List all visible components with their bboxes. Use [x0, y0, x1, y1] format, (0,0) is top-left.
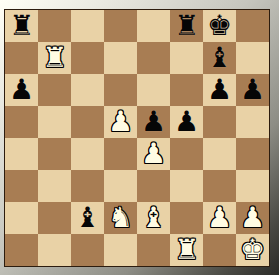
square-d5[interactable]: ♟ — [104, 106, 137, 138]
black-rook[interactable]: ♜ — [170, 10, 203, 42]
square-h5[interactable] — [236, 106, 269, 138]
square-e2[interactable]: ♝ — [137, 202, 170, 234]
square-h8[interactable] — [236, 10, 269, 42]
square-d6[interactable] — [104, 74, 137, 106]
square-b5[interactable] — [38, 106, 71, 138]
square-e3[interactable] — [137, 170, 170, 202]
square-a2[interactable] — [5, 202, 38, 234]
square-f8[interactable]: ♜ — [170, 10, 203, 42]
square-c3[interactable] — [71, 170, 104, 202]
square-e8[interactable] — [137, 10, 170, 42]
square-d7[interactable] — [104, 42, 137, 74]
black-king[interactable]: ♚ — [203, 10, 236, 42]
square-f4[interactable] — [170, 138, 203, 170]
square-g6[interactable]: ♟ — [203, 74, 236, 106]
square-a8[interactable]: ♜ — [5, 10, 38, 42]
square-g7[interactable]: ♝ — [203, 42, 236, 74]
black-bishop[interactable]: ♝ — [203, 42, 236, 74]
square-g1[interactable] — [203, 234, 236, 266]
black-pawn[interactable]: ♟ — [170, 106, 203, 138]
square-g3[interactable] — [203, 170, 236, 202]
black-pawn[interactable]: ♟ — [203, 74, 236, 106]
square-e4[interactable]: ♟ — [137, 138, 170, 170]
black-pawn[interactable]: ♟ — [137, 106, 170, 138]
square-b2[interactable] — [38, 202, 71, 234]
square-e7[interactable] — [137, 42, 170, 74]
square-e6[interactable] — [137, 74, 170, 106]
black-pawn[interactable]: ♟ — [5, 74, 38, 106]
square-h1[interactable]: ♚ — [236, 234, 269, 266]
square-d1[interactable] — [104, 234, 137, 266]
black-bishop[interactable]: ♝ — [71, 202, 104, 234]
white-pawn[interactable]: ♟ — [203, 202, 236, 234]
square-c8[interactable] — [71, 10, 104, 42]
square-f7[interactable] — [170, 42, 203, 74]
white-rook[interactable]: ♜ — [38, 42, 71, 74]
square-h4[interactable] — [236, 138, 269, 170]
square-a1[interactable] — [5, 234, 38, 266]
chess-board: ♜♜♚♜♝♟♟♟♟♟♟♟♝♞♝♟♟♜♚ — [4, 9, 270, 267]
square-g4[interactable] — [203, 138, 236, 170]
square-e1[interactable] — [137, 234, 170, 266]
square-c5[interactable] — [71, 106, 104, 138]
square-f5[interactable]: ♟ — [170, 106, 203, 138]
square-d3[interactable] — [104, 170, 137, 202]
square-g2[interactable]: ♟ — [203, 202, 236, 234]
square-c1[interactable] — [71, 234, 104, 266]
square-b8[interactable] — [38, 10, 71, 42]
black-pawn[interactable]: ♟ — [236, 74, 269, 106]
white-bishop[interactable]: ♝ — [137, 202, 170, 234]
white-king[interactable]: ♚ — [236, 234, 269, 266]
square-h2[interactable]: ♟ — [236, 202, 269, 234]
square-b4[interactable] — [38, 138, 71, 170]
white-rook[interactable]: ♜ — [170, 234, 203, 266]
white-pawn[interactable]: ♟ — [104, 106, 137, 138]
square-a4[interactable] — [5, 138, 38, 170]
square-h3[interactable] — [236, 170, 269, 202]
white-pawn[interactable]: ♟ — [236, 202, 269, 234]
square-f2[interactable] — [170, 202, 203, 234]
square-g5[interactable] — [203, 106, 236, 138]
square-c4[interactable] — [71, 138, 104, 170]
square-c6[interactable] — [71, 74, 104, 106]
square-a3[interactable] — [5, 170, 38, 202]
square-d4[interactable] — [104, 138, 137, 170]
square-d2[interactable]: ♞ — [104, 202, 137, 234]
square-h6[interactable]: ♟ — [236, 74, 269, 106]
square-c2[interactable]: ♝ — [71, 202, 104, 234]
square-a6[interactable]: ♟ — [5, 74, 38, 106]
square-f3[interactable] — [170, 170, 203, 202]
square-f6[interactable] — [170, 74, 203, 106]
square-g8[interactable]: ♚ — [203, 10, 236, 42]
square-d8[interactable] — [104, 10, 137, 42]
square-c7[interactable] — [71, 42, 104, 74]
square-b3[interactable] — [38, 170, 71, 202]
square-b1[interactable] — [38, 234, 71, 266]
square-e5[interactable]: ♟ — [137, 106, 170, 138]
black-rook[interactable]: ♜ — [5, 10, 38, 42]
board-frame: ♜♜♚♜♝♟♟♟♟♟♟♟♝♞♝♟♟♜♚ — [0, 0, 279, 275]
square-a7[interactable] — [5, 42, 38, 74]
white-pawn[interactable]: ♟ — [137, 138, 170, 170]
white-knight[interactable]: ♞ — [104, 202, 137, 234]
square-f1[interactable]: ♜ — [170, 234, 203, 266]
square-b7[interactable]: ♜ — [38, 42, 71, 74]
square-a5[interactable] — [5, 106, 38, 138]
square-b6[interactable] — [38, 74, 71, 106]
square-h7[interactable] — [236, 42, 269, 74]
